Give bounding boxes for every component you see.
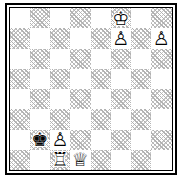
- square-b8[interactable]: [30, 8, 50, 28]
- square-h5[interactable]: [151, 69, 171, 89]
- square-a2[interactable]: [10, 130, 30, 150]
- square-c5[interactable]: [50, 69, 70, 89]
- white-king-icon: ♔: [112, 9, 129, 28]
- square-g2[interactable]: [131, 130, 151, 150]
- white-queen-icon: ♕: [72, 150, 89, 169]
- square-e2[interactable]: [91, 130, 111, 150]
- square-g8[interactable]: [131, 8, 151, 28]
- square-a8[interactable]: [10, 8, 30, 28]
- square-f4[interactable]: [111, 89, 131, 109]
- square-c7[interactable]: [50, 28, 70, 48]
- square-h4[interactable]: [151, 89, 171, 109]
- white-pawn-icon: ♙: [112, 29, 129, 48]
- square-g4[interactable]: [131, 89, 151, 109]
- square-a3[interactable]: [10, 109, 30, 129]
- square-b4[interactable]: [30, 89, 50, 109]
- square-b2[interactable]: ♚: [30, 130, 50, 150]
- square-g5[interactable]: [131, 69, 151, 89]
- square-e8[interactable]: [91, 8, 111, 28]
- square-a6[interactable]: [10, 49, 30, 69]
- square-d2[interactable]: [70, 130, 90, 150]
- diagram-frame: ♚♔♟♙♟♙♚♟♙♜♖♛♕: [5, 3, 177, 175]
- square-c1[interactable]: ♜♖: [50, 150, 70, 170]
- piece-black-king[interactable]: ♚: [30, 130, 50, 150]
- square-e7[interactable]: [91, 28, 111, 48]
- piece-white-king[interactable]: ♚♔: [111, 8, 131, 28]
- square-d3[interactable]: [70, 109, 90, 129]
- square-b3[interactable]: [30, 109, 50, 129]
- square-c6[interactable]: [50, 49, 70, 69]
- piece-white-pawn[interactable]: ♟♙: [50, 130, 70, 150]
- square-h3[interactable]: [151, 109, 171, 129]
- white-pawn-icon: ♙: [153, 29, 170, 48]
- piece-white-pawn[interactable]: ♟♙: [111, 28, 131, 48]
- square-d4[interactable]: [70, 89, 90, 109]
- square-a1[interactable]: [10, 150, 30, 170]
- piece-white-rook[interactable]: ♜♖: [50, 150, 70, 170]
- black-king-icon: ♚: [31, 130, 48, 149]
- square-c3[interactable]: [50, 109, 70, 129]
- square-e5[interactable]: [91, 69, 111, 89]
- square-c4[interactable]: [50, 89, 70, 109]
- square-h2[interactable]: [151, 130, 171, 150]
- square-f8[interactable]: ♚♔: [111, 8, 131, 28]
- white-pawn-icon: ♙: [52, 130, 69, 149]
- square-a7[interactable]: [10, 28, 30, 48]
- square-b7[interactable]: [30, 28, 50, 48]
- chess-board: ♚♔♟♙♟♙♚♟♙♜♖♛♕: [9, 7, 173, 171]
- square-d1[interactable]: ♛♕: [70, 150, 90, 170]
- square-d6[interactable]: [70, 49, 90, 69]
- square-c2[interactable]: ♟♙: [50, 130, 70, 150]
- square-f7[interactable]: ♟♙: [111, 28, 131, 48]
- square-b5[interactable]: [30, 69, 50, 89]
- square-b1[interactable]: [30, 150, 50, 170]
- square-d5[interactable]: [70, 69, 90, 89]
- square-h6[interactable]: [151, 49, 171, 69]
- piece-white-pawn[interactable]: ♟♙: [151, 28, 171, 48]
- square-h1[interactable]: [151, 150, 171, 170]
- piece-white-queen[interactable]: ♛♕: [70, 150, 90, 170]
- square-c8[interactable]: [50, 8, 70, 28]
- square-d7[interactable]: [70, 28, 90, 48]
- square-f5[interactable]: [111, 69, 131, 89]
- square-f1[interactable]: [111, 150, 131, 170]
- square-f6[interactable]: [111, 49, 131, 69]
- square-g7[interactable]: [131, 28, 151, 48]
- square-g6[interactable]: [131, 49, 151, 69]
- white-rook-icon: ♖: [52, 150, 69, 169]
- square-d8[interactable]: [70, 8, 90, 28]
- square-h7[interactable]: ♟♙: [151, 28, 171, 48]
- square-g3[interactable]: [131, 109, 151, 129]
- square-a4[interactable]: [10, 89, 30, 109]
- square-e3[interactable]: [91, 109, 111, 129]
- square-e4[interactable]: [91, 89, 111, 109]
- square-h8[interactable]: [151, 8, 171, 28]
- square-e6[interactable]: [91, 49, 111, 69]
- square-f3[interactable]: [111, 109, 131, 129]
- square-b6[interactable]: [30, 49, 50, 69]
- square-f2[interactable]: [111, 130, 131, 150]
- square-a5[interactable]: [10, 69, 30, 89]
- square-e1[interactable]: [91, 150, 111, 170]
- square-g1[interactable]: [131, 150, 151, 170]
